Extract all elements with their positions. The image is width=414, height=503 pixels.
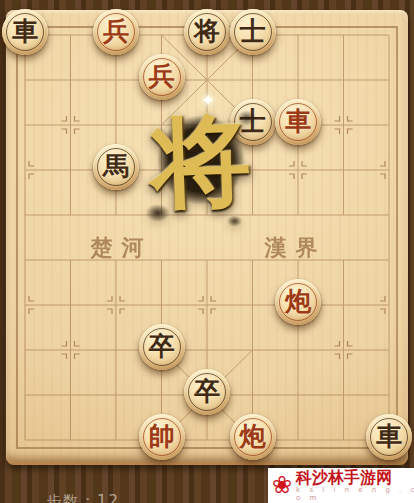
piece-character: 卒 bbox=[149, 333, 175, 359]
river-label-left: 楚河 bbox=[82, 233, 153, 263]
piece-character: 炮 bbox=[240, 423, 266, 449]
piece-black-soldier-e8[interactable]: 卒 bbox=[184, 369, 230, 415]
piece-character: 車 bbox=[376, 423, 402, 449]
piece-black-general-e0[interactable]: 将 bbox=[184, 9, 230, 55]
piece-character: 兵 bbox=[149, 63, 175, 89]
piece-character: 兵 bbox=[103, 18, 129, 44]
river-label-right: 漢界 bbox=[256, 233, 327, 263]
game-screen: 楚河 漢界 車兵将士兵士車馬炮卒卒帥炮車 将 ✦ 步数：12 ❀ 科沙林手游网 … bbox=[0, 0, 414, 503]
piece-black-advisor-f0[interactable]: 士 bbox=[230, 9, 276, 55]
piece-character: 将 bbox=[194, 18, 220, 44]
piece-character: 士 bbox=[240, 18, 266, 44]
piece-character: 帥 bbox=[149, 423, 175, 449]
piece-black-horse-c3[interactable]: 馬 bbox=[93, 144, 139, 190]
piece-black-chariot-i9[interactable]: 車 bbox=[366, 414, 412, 460]
piece-black-soldier-d7[interactable]: 卒 bbox=[139, 324, 185, 370]
piece-character: 車 bbox=[285, 108, 311, 134]
piece-red-soldier-d1[interactable]: 兵 bbox=[139, 54, 185, 100]
piece-character: 卒 bbox=[194, 378, 220, 404]
piece-character: 馬 bbox=[103, 153, 129, 179]
piece-black-chariot-a0[interactable]: 車 bbox=[2, 9, 48, 55]
piece-character: 士 bbox=[240, 108, 266, 134]
step-counter: 步数：12 bbox=[46, 492, 120, 503]
piece-red-chariot-g2[interactable]: 車 bbox=[275, 99, 321, 145]
watermark: ❀ 科沙林手游网 k s l i n e n g . c o m bbox=[268, 468, 414, 503]
piece-red-cannon-f9[interactable]: 炮 bbox=[230, 414, 276, 460]
piece-red-cannon-g6[interactable]: 炮 bbox=[275, 279, 321, 325]
piece-black-advisor-f2[interactable]: 士 bbox=[230, 99, 276, 145]
watermark-site-name: 科沙林手游网 bbox=[296, 469, 414, 486]
piece-character: 車 bbox=[12, 18, 38, 44]
piece-red-soldier-c0[interactable]: 兵 bbox=[93, 9, 139, 55]
watermark-site-url: k s l i n e n g . c o m bbox=[296, 486, 414, 502]
piece-character: 炮 bbox=[285, 288, 311, 314]
piece-red-general-d9[interactable]: 帥 bbox=[139, 414, 185, 460]
watermark-text: 科沙林手游网 k s l i n e n g . c o m bbox=[296, 469, 414, 502]
plum-blossom-icon: ❀ bbox=[272, 473, 292, 497]
